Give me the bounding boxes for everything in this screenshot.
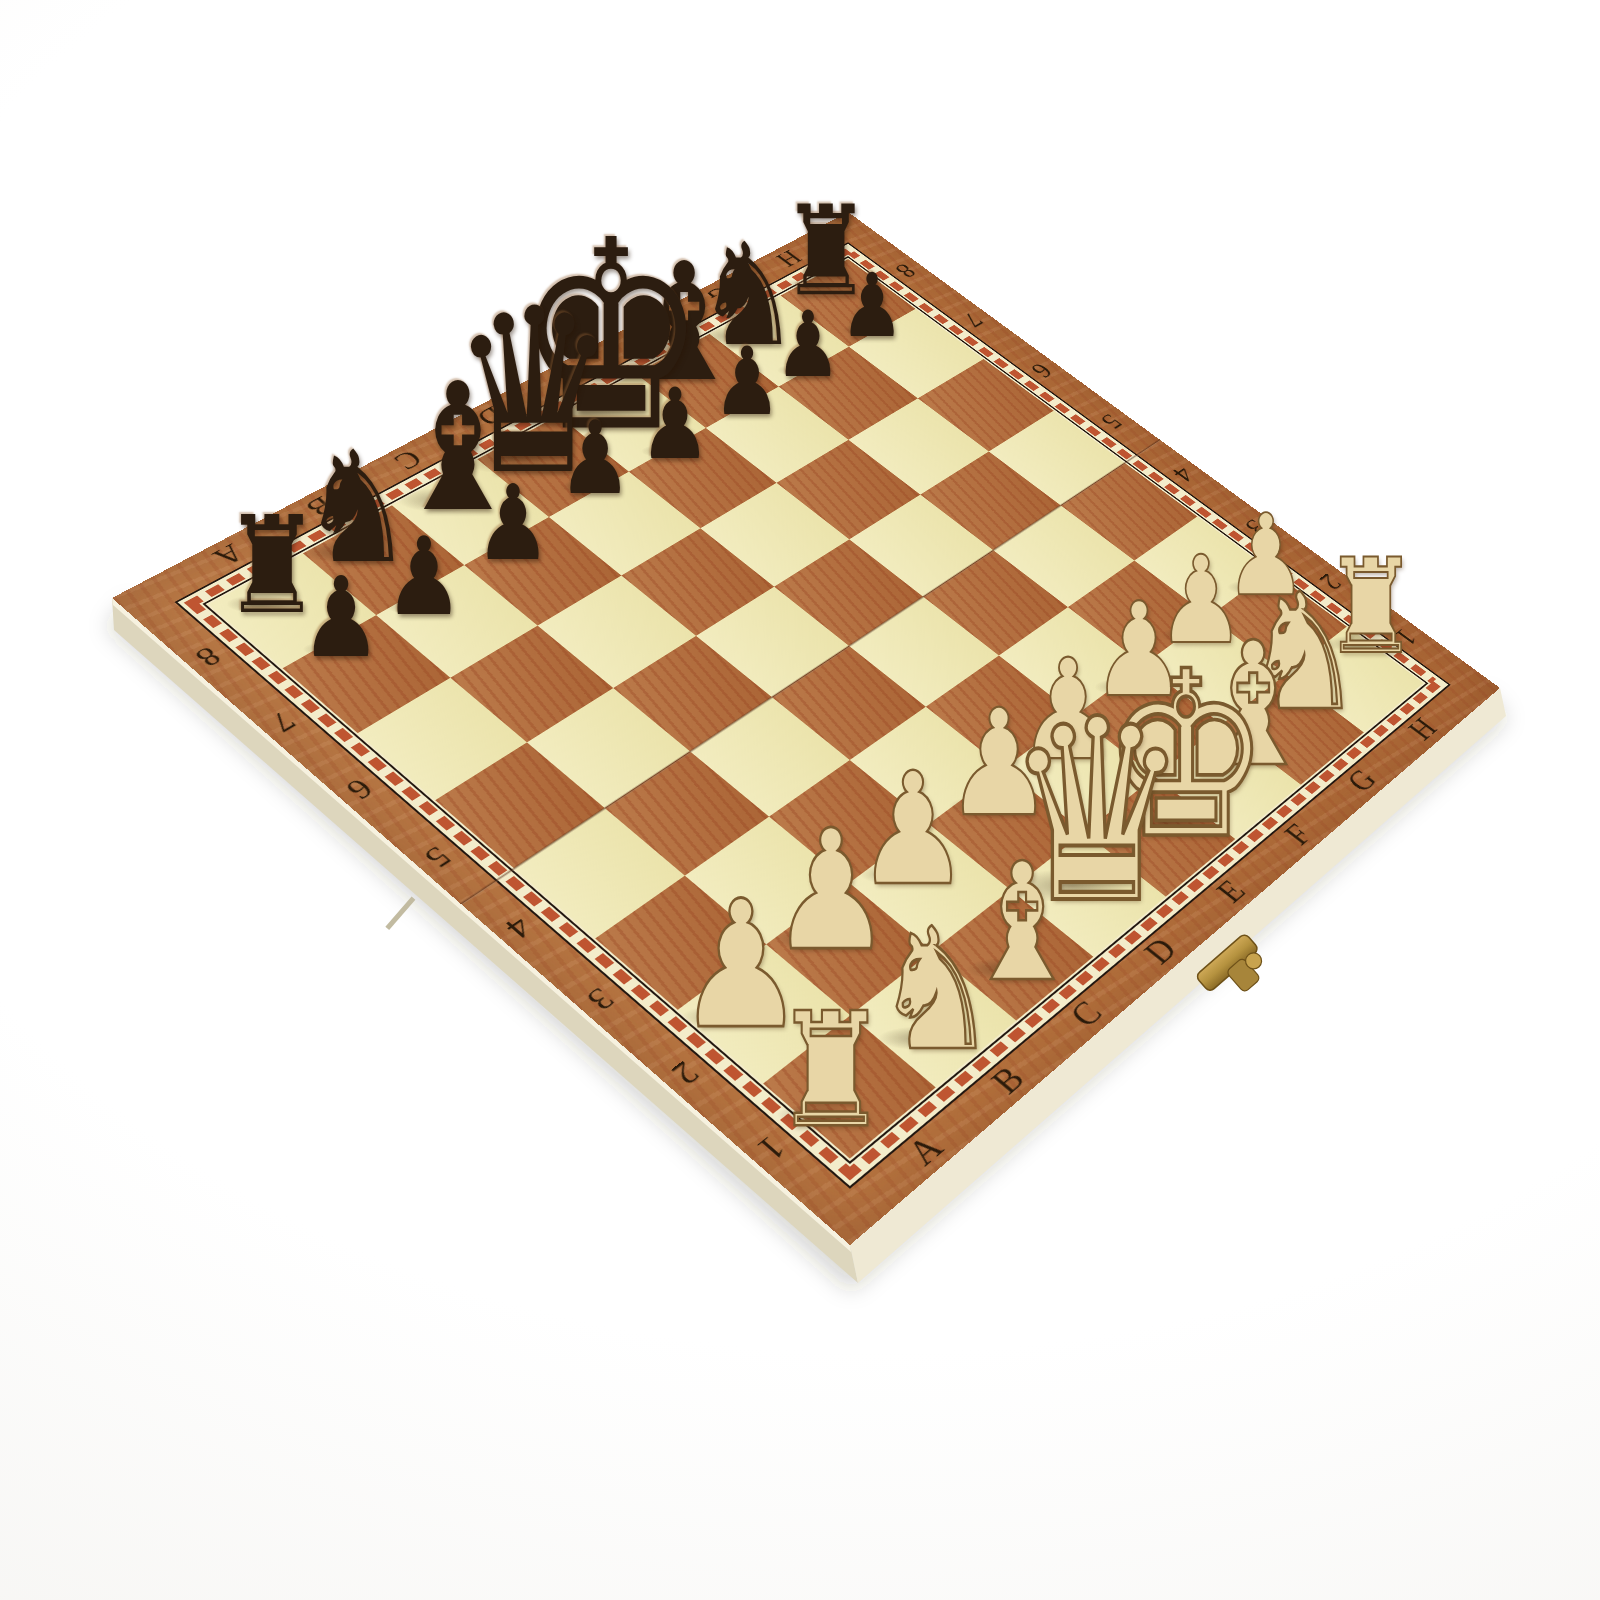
file-label-bottom-b: B bbox=[985, 1061, 1031, 1100]
product-photo: AABBCCDDEEFFGGHH8877665544332211 ♜♞♝♛♚♝♞… bbox=[0, 0, 1600, 1600]
rank-label-left-7: 7 bbox=[264, 707, 303, 736]
file-label-top-f: F bbox=[630, 322, 664, 345]
file-label-bottom-f: F bbox=[1279, 819, 1318, 850]
file-label-bottom-c: C bbox=[1064, 995, 1109, 1032]
rank-label-left-4: 4 bbox=[498, 911, 538, 943]
rank-label-left-3: 3 bbox=[581, 983, 621, 1016]
file-label-bottom-e: E bbox=[1210, 875, 1251, 908]
file-label-bottom-d: D bbox=[1138, 933, 1183, 970]
fold-seam-edge-notch bbox=[385, 897, 415, 930]
file-label-bottom-a: A bbox=[901, 1129, 950, 1171]
file-label-bottom-h: H bbox=[1403, 713, 1443, 744]
rank-label-left-8: 8 bbox=[189, 642, 227, 670]
rank-label-left-2: 2 bbox=[665, 1056, 706, 1090]
file-label-top-e: E bbox=[553, 362, 589, 387]
rank-label-left-1: 1 bbox=[751, 1131, 792, 1166]
rank-label-left-5: 5 bbox=[418, 842, 457, 873]
file-label-bottom-g: G bbox=[1341, 764, 1382, 796]
rank-label-left-6: 6 bbox=[340, 774, 379, 804]
